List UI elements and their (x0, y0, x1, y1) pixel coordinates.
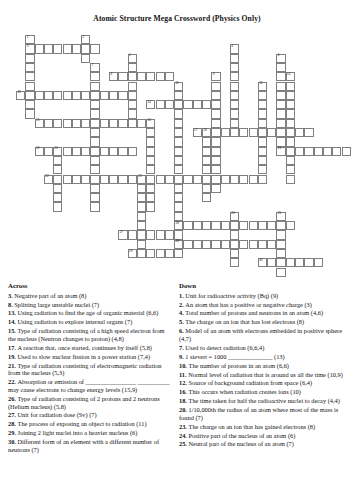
grid-cell[interactable] (323, 147, 332, 156)
grid-cell[interactable] (211, 165, 220, 174)
grid-cell[interactable] (90, 100, 99, 109)
grid-cell[interactable] (90, 165, 99, 174)
clue-number-label: 1 (27, 36, 29, 40)
grid-cell[interactable] (276, 72, 285, 81)
grid-cell[interactable] (276, 82, 285, 91)
grid-cell[interactable] (230, 175, 239, 184)
grid-cell[interactable] (137, 240, 146, 249)
across-clue-22: 22. Absorption or emission of __________… (8, 378, 172, 393)
clue-number-label: 5 (129, 54, 131, 58)
grid-cell[interactable] (276, 91, 285, 100)
grid-cell[interactable] (174, 212, 183, 221)
grid-cell[interactable] (72, 44, 81, 53)
grid-cell[interactable] (128, 82, 137, 91)
clue-number-label: 6 (278, 54, 280, 58)
grid-cell[interactable] (146, 156, 155, 165)
grid-cell[interactable]: 15 (35, 119, 44, 128)
grid-cell[interactable] (286, 100, 295, 109)
grid-cell[interactable] (230, 258, 239, 267)
grid-cell[interactable] (146, 128, 155, 137)
grid-cell[interactable] (202, 184, 211, 193)
grid-cell[interactable] (128, 230, 137, 239)
grid-cell[interactable] (72, 91, 81, 100)
down-clues-column: Down 1. Unit for radioactive activity (B… (179, 282, 350, 449)
grid-cell[interactable] (118, 91, 127, 100)
grid-cell[interactable] (183, 221, 192, 230)
grid-cell[interactable] (211, 100, 220, 109)
grid-cell[interactable] (81, 44, 90, 53)
grid-cell[interactable] (81, 175, 90, 184)
grid-cell[interactable]: 23 (137, 175, 146, 184)
grid-cell[interactable] (109, 119, 118, 128)
grid-cell[interactable] (286, 91, 295, 100)
grid-cell[interactable] (174, 184, 183, 193)
down-clue-2: 2. An atom that has a positive or negati… (179, 301, 350, 309)
clue-number-label: 28 (175, 240, 178, 244)
down-clue-10: 10. The number of protons in an atom (6,… (179, 362, 350, 370)
grid-cell[interactable] (137, 221, 146, 230)
grid-cell[interactable] (304, 258, 313, 267)
grid-cell[interactable]: 6 (276, 54, 285, 63)
grid-cell[interactable] (230, 91, 239, 100)
grid-cell[interactable] (90, 202, 99, 211)
grid-cell[interactable] (230, 119, 239, 128)
clue-number-label: 25 (278, 212, 281, 216)
grid-cell[interactable] (193, 221, 202, 230)
grid-cell[interactable] (286, 128, 295, 137)
grid-cell[interactable] (44, 44, 53, 53)
grid-cell[interactable] (276, 258, 285, 267)
grid-cell[interactable] (128, 63, 137, 72)
grid-cell[interactable] (53, 156, 62, 165)
grid-cell[interactable] (183, 100, 192, 109)
grid-cell[interactable]: 29 (128, 249, 137, 258)
grid-cell[interactable] (202, 147, 211, 156)
grid-cell[interactable] (25, 72, 34, 81)
grid-cell[interactable]: 20 (53, 147, 62, 156)
grid-cell[interactable] (81, 91, 90, 100)
grid-cell[interactable] (72, 119, 81, 128)
grid-cell[interactable] (146, 202, 155, 211)
grid-cell[interactable] (128, 119, 137, 128)
grid-cell[interactable] (276, 268, 285, 277)
grid-cell[interactable] (174, 249, 183, 258)
grid-cell[interactable] (128, 147, 137, 156)
grid-cell[interactable] (230, 128, 239, 137)
clue-number-label: 9 (213, 73, 215, 77)
grid-cell[interactable] (90, 193, 99, 202)
grid-cell[interactable] (81, 147, 90, 156)
grid-cell[interactable] (156, 72, 165, 81)
grid-cell[interactable] (211, 109, 220, 118)
grid-cell[interactable] (137, 212, 146, 221)
grid-cell[interactable] (267, 258, 276, 267)
grid-cell[interactable]: 4 (230, 44, 239, 53)
clue-number-label: 26 (175, 222, 178, 226)
grid-cell[interactable] (156, 175, 165, 184)
grid-cell[interactable] (174, 128, 183, 137)
grid-cell[interactable] (174, 156, 183, 165)
grid-cell[interactable] (35, 44, 44, 53)
grid-cell[interactable] (128, 91, 137, 100)
grid-cell[interactable] (286, 221, 295, 230)
grid-cell[interactable] (128, 109, 137, 118)
grid-cell[interactable] (211, 184, 220, 193)
grid-cell[interactable] (63, 44, 72, 53)
grid-cell[interactable] (174, 137, 183, 146)
grid-cell[interactable] (276, 240, 285, 249)
grid-cell[interactable] (202, 137, 211, 146)
grid-cell[interactable] (211, 156, 220, 165)
grid-cell[interactable] (100, 147, 109, 156)
grid-cell[interactable] (137, 184, 146, 193)
grid-cell[interactable] (239, 221, 248, 230)
grid-cell[interactable] (174, 91, 183, 100)
grid-cell[interactable] (90, 128, 99, 137)
grid-cell[interactable] (174, 119, 183, 128)
grid-cell[interactable]: 22 (44, 175, 53, 184)
grid-cell[interactable] (165, 230, 174, 239)
grid-cell[interactable] (165, 100, 174, 109)
grid-cell[interactable] (221, 175, 230, 184)
grid-cell[interactable] (53, 91, 62, 100)
grid-cell[interactable]: 1 (25, 35, 34, 44)
grid-cell[interactable] (202, 100, 211, 109)
grid-cell[interactable] (230, 54, 239, 63)
grid-cell[interactable] (72, 147, 81, 156)
grid-cell[interactable] (174, 100, 183, 109)
grid-cell[interactable] (100, 91, 109, 100)
grid-cell[interactable] (146, 175, 155, 184)
grid-cell[interactable] (118, 119, 127, 128)
grid-cell[interactable] (90, 91, 99, 100)
grid-cell[interactable] (211, 137, 220, 146)
grid-cell[interactable] (193, 100, 202, 109)
grid-cell[interactable] (156, 230, 165, 239)
down-clue-16: 16. This occurs when radiation creates i… (179, 388, 350, 396)
down-clue-6: 6. Model of an atom with electrons embed… (179, 327, 350, 342)
grid-cell[interactable] (304, 128, 313, 137)
across-clue-19: 19. Used to slow nuclear fission in a po… (8, 353, 172, 361)
grid-cell[interactable]: 10 (286, 72, 295, 81)
grid-cell[interactable] (156, 100, 165, 109)
grid-cell[interactable] (267, 240, 276, 249)
grid-cell[interactable] (221, 240, 230, 249)
grid-cell[interactable] (211, 221, 220, 230)
grid-cell[interactable] (100, 175, 109, 184)
grid-cell[interactable] (137, 72, 146, 81)
grid-cell[interactable] (276, 230, 285, 239)
grid-cell[interactable] (118, 175, 127, 184)
across-heading: Across (8, 282, 172, 290)
grid-cell[interactable] (276, 119, 285, 128)
grid-cell[interactable] (63, 119, 72, 128)
grid-cell[interactable] (128, 72, 137, 81)
grid-cell[interactable] (249, 240, 258, 249)
grid-cell[interactable] (183, 240, 192, 249)
grid-cell[interactable] (314, 147, 323, 156)
grid-cell[interactable] (100, 119, 109, 128)
grid-cell[interactable]: 13 (16, 91, 25, 100)
grid-cell[interactable] (230, 240, 239, 249)
grid-cell[interactable]: 26 (174, 221, 183, 230)
grid-cell[interactable] (230, 63, 239, 72)
clue-number-label: 22 (45, 175, 48, 179)
grid-cell[interactable] (174, 175, 183, 184)
grid-cell[interactable] (118, 147, 127, 156)
grid-cell[interactable] (258, 91, 267, 100)
grid-cell[interactable] (90, 44, 99, 53)
grid-cell[interactable] (211, 175, 220, 184)
grid-cell[interactable]: 7 (90, 63, 99, 72)
grid-cell[interactable] (249, 128, 258, 137)
grid-cell[interactable] (90, 82, 99, 91)
grid-cell[interactable]: 3 (25, 44, 34, 53)
grid-cell[interactable]: 21 (276, 147, 285, 156)
grid-cell[interactable] (276, 128, 285, 137)
grid-cell[interactable] (239, 240, 248, 249)
grid-cell[interactable]: 27 (118, 230, 127, 239)
grid-cell[interactable] (295, 258, 304, 267)
grid-cell[interactable] (90, 72, 99, 81)
clue-number-label: 15 (36, 119, 39, 123)
grid-cell[interactable] (53, 193, 62, 202)
grid-cell[interactable] (63, 91, 72, 100)
grid-cell[interactable] (258, 119, 267, 128)
grid-cell[interactable] (286, 258, 295, 267)
grid-cell[interactable] (63, 147, 72, 156)
grid-cell[interactable] (230, 72, 239, 81)
grid-cell[interactable]: 25 (276, 212, 285, 221)
grid-cell[interactable] (174, 202, 183, 211)
grid-cell[interactable] (53, 165, 62, 174)
grid-cell[interactable] (230, 82, 239, 91)
grid-cell[interactable] (295, 147, 304, 156)
grid-cell[interactable] (137, 193, 146, 202)
across-clue-28: 28. The process of exposing an object to… (8, 420, 172, 428)
grid-cell[interactable] (202, 175, 211, 184)
grid-cell[interactable] (81, 119, 90, 128)
grid-cell[interactable] (109, 147, 118, 156)
grid-cell[interactable] (276, 100, 285, 109)
grid-cell[interactable]: 14 (146, 100, 155, 109)
grid-cell[interactable] (72, 175, 81, 184)
grid-cell[interactable] (128, 175, 137, 184)
grid-cell[interactable] (25, 63, 34, 72)
across-clue-3: 3. Negative part of an atom (8) (8, 292, 172, 300)
grid-cell[interactable]: 17 (193, 128, 202, 137)
grid-cell[interactable] (258, 137, 267, 146)
clue-number-label: 21 (278, 147, 281, 151)
grid-cell[interactable] (25, 109, 34, 118)
grid-cell[interactable] (304, 147, 313, 156)
grid-cell[interactable] (90, 175, 99, 184)
clue-number-label: 7 (92, 64, 94, 68)
grid-cell[interactable] (249, 175, 258, 184)
grid-cell[interactable]: 24 (230, 212, 239, 221)
clue-number-label: 29 (129, 250, 132, 254)
grid-cell[interactable] (230, 230, 239, 239)
grid-cell[interactable] (258, 100, 267, 109)
grid-cell[interactable] (258, 128, 267, 137)
grid-cell[interactable]: 30 (258, 258, 267, 267)
grid-cell[interactable] (267, 221, 276, 230)
grid-cell[interactable] (118, 72, 127, 81)
grid-cell[interactable] (44, 91, 53, 100)
grid-cell[interactable] (202, 165, 211, 174)
grid-cell[interactable] (221, 128, 230, 137)
grid-cell[interactable] (276, 63, 285, 72)
grid-cell[interactable] (174, 109, 183, 118)
grid-cell[interactable] (109, 175, 118, 184)
grid-cell[interactable] (249, 221, 258, 230)
grid-cell[interactable] (165, 249, 174, 258)
grid-cell[interactable] (202, 221, 211, 230)
grid-cell[interactable] (165, 72, 174, 81)
grid-cell[interactable] (156, 249, 165, 258)
grid-cell[interactable] (258, 156, 267, 165)
grid-cell[interactable] (146, 184, 155, 193)
grid-cell[interactable] (258, 109, 267, 118)
grid-cell[interactable] (211, 82, 220, 91)
grid-cell[interactable] (146, 165, 155, 174)
grid-cell[interactable] (25, 100, 34, 109)
grid-cell[interactable] (63, 175, 72, 184)
grid-cell[interactable]: 28 (174, 240, 183, 249)
grid-cell[interactable] (128, 100, 137, 109)
grid-cell[interactable] (239, 128, 248, 137)
grid-cell[interactable] (174, 230, 183, 239)
grid-cell[interactable]: 9 (211, 72, 220, 81)
grid-cell[interactable] (90, 119, 99, 128)
grid-cell[interactable] (44, 119, 53, 128)
grid-cell[interactable] (286, 109, 295, 118)
grid-cell[interactable]: 11 (174, 82, 183, 91)
across-clue-30: 30. Different form of an element with a … (8, 438, 172, 453)
grid-cell[interactable] (202, 240, 211, 249)
across-clue-27: 27. Unit for radiation dose (Sv) (7) (8, 411, 172, 419)
grid-cell[interactable]: 18 (202, 128, 211, 137)
grid-cell[interactable] (267, 128, 276, 137)
grid-cell[interactable] (90, 184, 99, 193)
grid-cell[interactable] (193, 175, 202, 184)
grid-cell[interactable] (286, 156, 295, 165)
grid-cell[interactable] (109, 91, 118, 100)
grid-cell[interactable] (332, 147, 341, 156)
grid-cell[interactable] (276, 137, 285, 146)
across-clue-14: 14. Using radiation to explore internal … (8, 318, 172, 326)
grid-cell[interactable]: 19 (35, 147, 44, 156)
grid-cell[interactable] (230, 249, 239, 258)
grid-cell[interactable] (137, 230, 146, 239)
grid-cell[interactable] (25, 82, 34, 91)
grid-cell[interactable]: 5 (128, 54, 137, 63)
grid-cell[interactable] (258, 147, 267, 156)
grid-cell[interactable] (276, 221, 285, 230)
grid-cell[interactable] (81, 54, 90, 63)
grid-cell[interactable] (314, 258, 323, 267)
grid-cell[interactable] (202, 156, 211, 165)
grid-cell[interactable] (90, 137, 99, 146)
grid-cell[interactable] (137, 202, 146, 211)
down-clue-20: 20. 1/10,000th the radius of an atom whe… (179, 406, 350, 421)
across-clue-13: 13. Using radiation to find the age of o… (8, 309, 172, 317)
grid-cell[interactable] (286, 137, 295, 146)
grid-cell[interactable] (137, 249, 146, 258)
across-clue-8: 8. Splitting large unstable nuclei (7) (8, 301, 172, 309)
grid-cell[interactable] (90, 156, 99, 165)
grid-cell[interactable] (211, 240, 220, 249)
grid-cell[interactable] (53, 184, 62, 193)
grid-cell[interactable] (286, 82, 295, 91)
grid-cell[interactable] (35, 91, 44, 100)
clue-number-label: 11 (175, 82, 178, 86)
grid-cell[interactable] (211, 119, 220, 128)
grid-cell[interactable] (286, 175, 295, 184)
grid-cell[interactable] (276, 249, 285, 258)
grid-cell[interactable] (146, 193, 155, 202)
grid-cell[interactable] (25, 54, 34, 63)
grid-cell[interactable] (53, 202, 62, 211)
grid-cell[interactable] (239, 175, 248, 184)
grid-cell[interactable] (165, 175, 174, 184)
grid-cell[interactable] (211, 147, 220, 156)
grid-cell[interactable] (230, 221, 239, 230)
grid-cell[interactable] (146, 137, 155, 146)
grid-cell[interactable] (230, 100, 239, 109)
grid-cell[interactable] (146, 72, 155, 81)
grid-cell[interactable]: 16 (146, 119, 155, 128)
across-clue-17: 17. A reaction that, once started, conti… (8, 344, 172, 352)
grid-cell[interactable] (44, 147, 53, 156)
grid-cell[interactable] (221, 221, 230, 230)
grid-cell[interactable] (342, 147, 351, 156)
grid-cell[interactable] (146, 147, 155, 156)
grid-cell[interactable] (202, 193, 211, 202)
grid-cell[interactable] (90, 109, 99, 118)
grid-cell[interactable] (286, 119, 295, 128)
grid-cell[interactable] (193, 240, 202, 249)
grid-cell[interactable] (146, 230, 155, 239)
grid-cell[interactable] (53, 175, 62, 184)
grid-cell[interactable] (174, 193, 183, 202)
grid-cell[interactable] (230, 109, 239, 118)
grid-cell[interactable] (211, 91, 220, 100)
grid-cell[interactable]: 2 (81, 35, 90, 44)
grid-cell[interactable]: 12 (258, 82, 267, 91)
grid-cell[interactable] (211, 128, 220, 137)
grid-cell[interactable] (174, 147, 183, 156)
grid-cell[interactable] (146, 249, 155, 258)
grid-cell[interactable] (25, 91, 34, 100)
clue-number-label: 27 (120, 231, 123, 235)
grid-cell[interactable] (137, 119, 146, 128)
grid-cell[interactable] (258, 165, 267, 174)
grid-cell[interactable] (258, 221, 267, 230)
grid-cell[interactable] (286, 165, 295, 174)
grid-cell[interactable] (90, 147, 99, 156)
grid-cell[interactable] (258, 240, 267, 249)
grid-cell[interactable] (258, 175, 267, 184)
grid-cell[interactable] (183, 175, 192, 184)
grid-cell[interactable] (295, 128, 304, 137)
grid-cell[interactable] (174, 165, 183, 174)
grid-cell[interactable] (276, 109, 285, 118)
grid-cell[interactable] (286, 147, 295, 156)
grid-cell[interactable] (53, 119, 62, 128)
grid-cell[interactable]: 8 (109, 72, 118, 81)
grid-cell[interactable] (53, 44, 62, 53)
